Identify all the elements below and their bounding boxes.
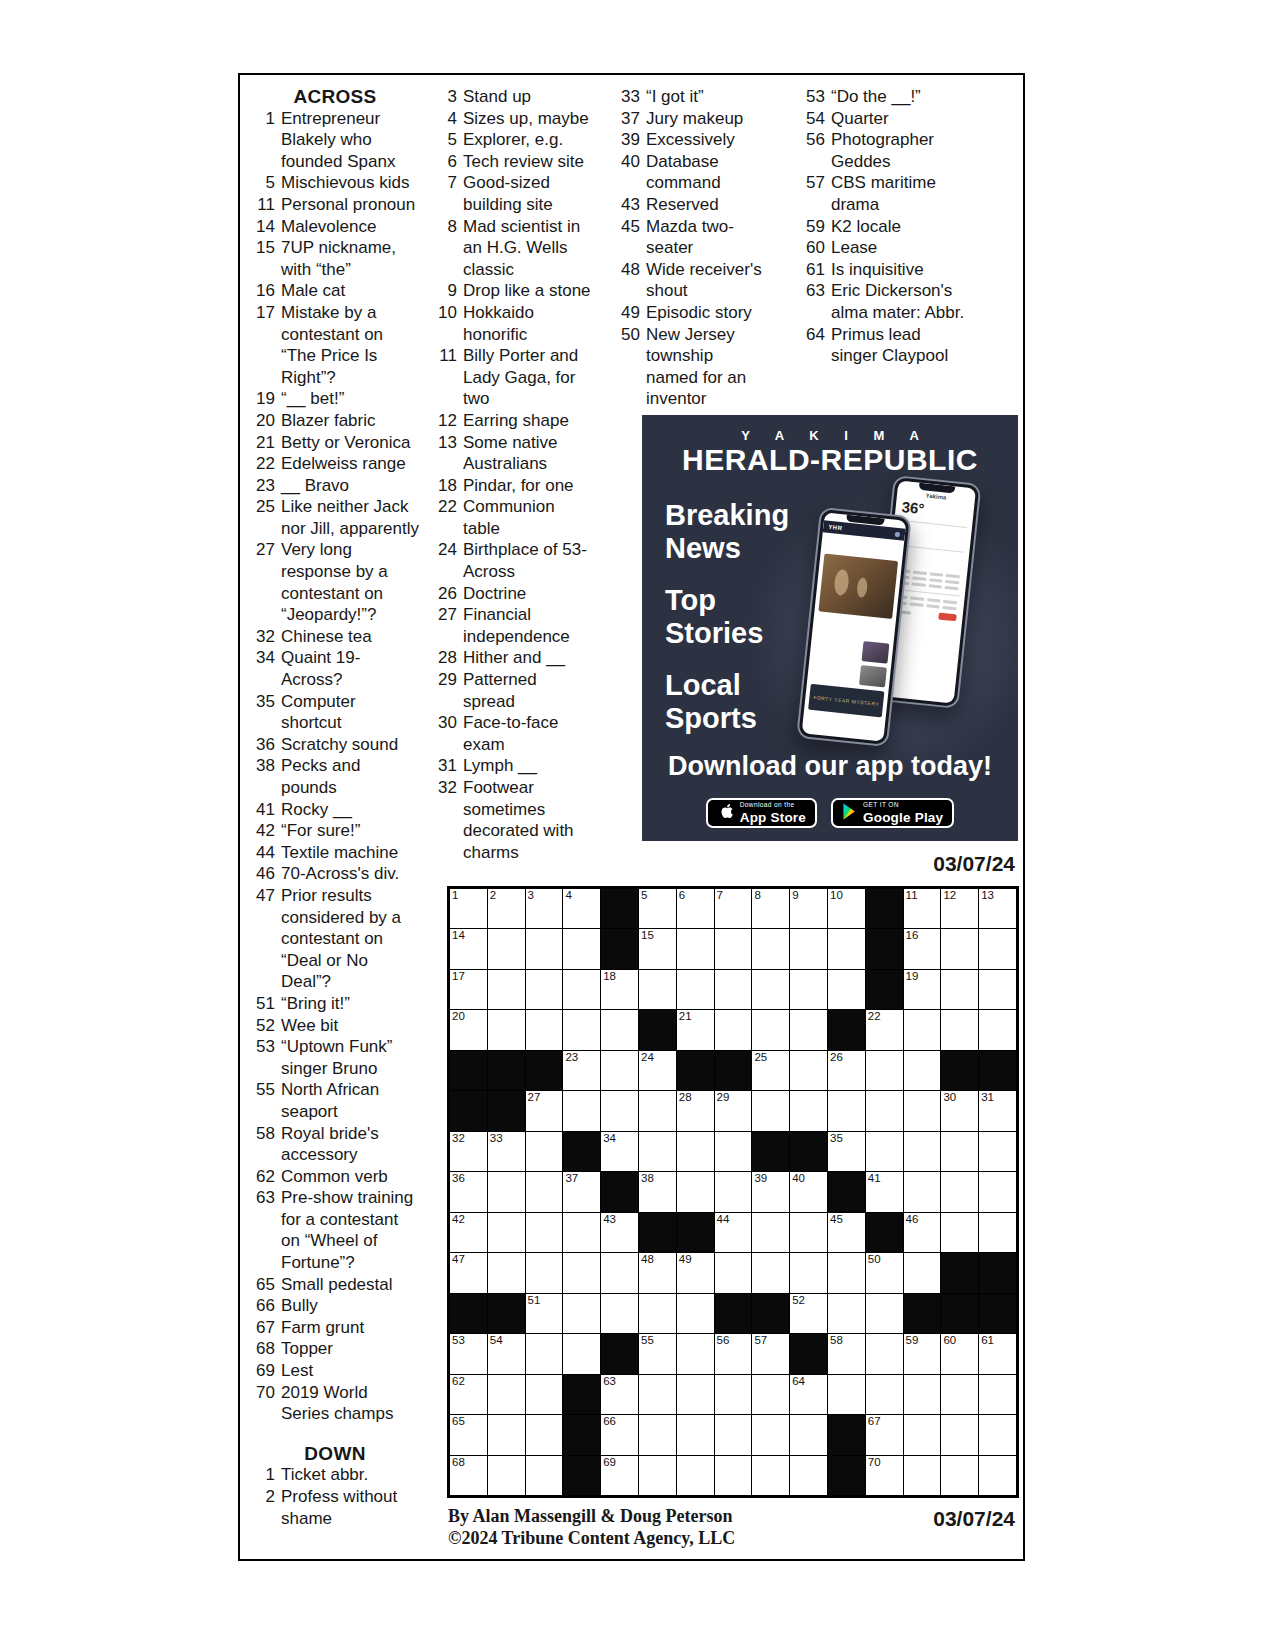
clue: 65Small pedestal bbox=[251, 1274, 419, 1296]
grid-cell-r4c10[interactable] bbox=[790, 1010, 827, 1049]
grid-cell-r2c14[interactable] bbox=[941, 929, 978, 968]
clue-text: Drop like a stone bbox=[463, 281, 591, 300]
clue-number: 30 bbox=[433, 712, 457, 734]
app-promo-ad: Y A K I M A HERALD-REPUBLIC Breaking New… bbox=[642, 415, 1018, 841]
grid-cell-r3c2[interactable] bbox=[488, 970, 525, 1009]
grid-cell-r1c15[interactable]: 13 bbox=[979, 889, 1016, 928]
clue-number: 50 bbox=[616, 324, 640, 346]
grid-cell-r7c7[interactable] bbox=[677, 1132, 714, 1171]
clue-text: “Do the __!” bbox=[831, 87, 921, 106]
clue-text: Very long response by a contestant on “J… bbox=[281, 540, 388, 624]
cell-number: 2 bbox=[490, 889, 496, 902]
grid-cell-r9c12 bbox=[866, 1213, 903, 1252]
grid-cell-r6c13[interactable] bbox=[904, 1091, 941, 1130]
grid-cell-r8c9[interactable]: 39 bbox=[752, 1172, 789, 1211]
clue-text: Edelweiss range bbox=[281, 454, 406, 473]
cell-number: 16 bbox=[906, 929, 919, 942]
grid-cell-r9c14[interactable] bbox=[941, 1213, 978, 1252]
grid-cell-r4c3[interactable] bbox=[526, 1010, 563, 1049]
grid-cell-r7c2[interactable]: 33 bbox=[488, 1132, 525, 1171]
clue-number: 60 bbox=[801, 237, 825, 259]
brand-logo: HERALD-REPUBLIC bbox=[642, 443, 1018, 477]
grid-cell-r6c15[interactable]: 31 bbox=[979, 1091, 1016, 1130]
article-thumb bbox=[859, 665, 887, 688]
grid-cell-r6c14[interactable]: 30 bbox=[941, 1091, 978, 1130]
grid-cell-r15c6[interactable] bbox=[639, 1456, 676, 1495]
grid-cell-r15c2[interactable] bbox=[488, 1456, 525, 1495]
grid-cell-r1c10[interactable]: 9 bbox=[790, 889, 827, 928]
grid-cell-r9c8[interactable]: 44 bbox=[715, 1213, 752, 1252]
grid-cell-r11c3[interactable]: 51 bbox=[526, 1294, 563, 1333]
grid-cell-r13c14[interactable] bbox=[941, 1375, 978, 1414]
grid-cell-r1c4[interactable]: 4 bbox=[563, 889, 600, 928]
grid-cell-r4c13[interactable] bbox=[904, 1010, 941, 1049]
grid-cell-r9c3[interactable] bbox=[526, 1213, 563, 1252]
grid-cell-r10c11[interactable] bbox=[828, 1253, 865, 1292]
clue-text: Lest bbox=[281, 1361, 313, 1380]
grid-cell-r8c7[interactable] bbox=[677, 1172, 714, 1211]
grid-cell-r13c10[interactable]: 64 bbox=[790, 1375, 827, 1414]
clue-text: Chinese tea bbox=[281, 627, 372, 646]
grid-cell-r8c2[interactable] bbox=[488, 1172, 525, 1211]
clue-text: “I got it” bbox=[646, 87, 704, 106]
grid-cell-r5c15 bbox=[979, 1051, 1016, 1090]
grid-cell-r7c6[interactable] bbox=[639, 1132, 676, 1171]
grid-cell-r10c3[interactable] bbox=[526, 1253, 563, 1292]
grid-cell-r8c12[interactable]: 41 bbox=[866, 1172, 903, 1211]
grid-cell-r9c1[interactable]: 42 bbox=[450, 1213, 487, 1252]
clues-column-3: 33“I got it”37Jury makeup39Excessively40… bbox=[616, 86, 764, 410]
clue-text: North African seaport bbox=[281, 1080, 379, 1121]
clue-number: 67 bbox=[251, 1317, 275, 1339]
clue-number: 48 bbox=[616, 259, 640, 281]
clue: 16Male cat bbox=[251, 280, 419, 302]
grid-cell-r15c1[interactable]: 68 bbox=[450, 1456, 487, 1495]
cell-number: 27 bbox=[528, 1091, 541, 1104]
grid-cell-r12c14[interactable]: 60 bbox=[941, 1334, 978, 1373]
grid-cell-r3c14[interactable] bbox=[941, 970, 978, 1009]
grid-cell-r3c3[interactable] bbox=[526, 970, 563, 1009]
grid-cell-r11c10[interactable]: 52 bbox=[790, 1294, 827, 1333]
grid-cell-r2c2[interactable] bbox=[488, 929, 525, 968]
grid-cell-r3c10[interactable] bbox=[790, 970, 827, 1009]
grid-cell-r13c6[interactable] bbox=[639, 1375, 676, 1414]
grid-cell-r2c9[interactable] bbox=[752, 929, 789, 968]
grid-cell-r13c2[interactable] bbox=[488, 1375, 525, 1414]
grid-cell-r2c3[interactable] bbox=[526, 929, 563, 968]
grid-cell-r3c7[interactable] bbox=[677, 970, 714, 1009]
cell-number: 36 bbox=[452, 1172, 465, 1185]
grid-cell-r11c5[interactable] bbox=[601, 1294, 638, 1333]
clue-text: Explorer, e.g. bbox=[463, 130, 563, 149]
grid-cell-r7c15[interactable] bbox=[979, 1132, 1016, 1171]
grid-cell-r8c6[interactable]: 38 bbox=[639, 1172, 676, 1211]
grid-cell-r2c13[interactable]: 16 bbox=[904, 929, 941, 968]
grid-cell-r2c11[interactable] bbox=[828, 929, 865, 968]
clue-number: 70 bbox=[251, 1382, 275, 1404]
grid-cell-r8c13[interactable] bbox=[904, 1172, 941, 1211]
clue-number: 51 bbox=[251, 993, 275, 1015]
clue-number: 52 bbox=[251, 1015, 275, 1037]
grid-cell-r5c13[interactable] bbox=[904, 1051, 941, 1090]
grid-cell-r3c4[interactable] bbox=[563, 970, 600, 1009]
grid-cell-r1c14[interactable]: 12 bbox=[941, 889, 978, 928]
clue: 3Stand up bbox=[433, 86, 592, 108]
clue: 50New Jersey township named for an inven… bbox=[616, 324, 764, 410]
grid-cell-r10c9[interactable] bbox=[752, 1253, 789, 1292]
grid-cell-r8c5 bbox=[601, 1172, 638, 1211]
clue-text: Is inquisitive bbox=[831, 260, 924, 279]
grid-cell-r3c13[interactable]: 19 bbox=[904, 970, 941, 1009]
clue-text: “Bring it!” bbox=[281, 994, 350, 1013]
grid-cell-r7c14[interactable] bbox=[941, 1132, 978, 1171]
clue-number: 22 bbox=[251, 453, 275, 475]
grid-cell-r6c5[interactable] bbox=[601, 1091, 638, 1130]
grid-cell-r10c2[interactable] bbox=[488, 1253, 525, 1292]
clue: 9Drop like a stone bbox=[433, 280, 592, 302]
clues-column-4: 53“Do the __!”54Quarter56Photographer Ge… bbox=[801, 86, 965, 367]
grid-cell-r5c1 bbox=[450, 1051, 487, 1090]
grid-cell-r2c8[interactable] bbox=[715, 929, 752, 968]
grid-cell-r8c3[interactable] bbox=[526, 1172, 563, 1211]
clue: 35Computer shortcut bbox=[251, 691, 419, 734]
clue: 33“I got it” bbox=[616, 86, 764, 108]
grid-cell-r12c7[interactable] bbox=[677, 1334, 714, 1373]
clue-number: 12 bbox=[433, 410, 457, 432]
grid-cell-r7c12[interactable] bbox=[866, 1132, 903, 1171]
grid-cell-r12c3[interactable] bbox=[526, 1334, 563, 1373]
grid-cell-r2c4[interactable] bbox=[563, 929, 600, 968]
grid-cell-r9c10[interactable] bbox=[790, 1213, 827, 1252]
clue: 5Mischievous kids bbox=[251, 172, 419, 194]
grid-cell-r6c4[interactable] bbox=[563, 1091, 600, 1130]
cell-number: 32 bbox=[452, 1132, 465, 1145]
grid-cell-r6c10[interactable] bbox=[790, 1091, 827, 1130]
clue-text: Eric Dickerson's alma mater: Abbr. bbox=[831, 281, 964, 322]
clue-number: 54 bbox=[801, 108, 825, 130]
grid-cell-r4c8[interactable] bbox=[715, 1010, 752, 1049]
grid-cell-r5c6[interactable]: 24 bbox=[639, 1051, 676, 1090]
clue-number: 6 bbox=[433, 151, 457, 173]
grid-cell-r14c10[interactable] bbox=[790, 1415, 827, 1454]
grid-cell-r4c2[interactable] bbox=[488, 1010, 525, 1049]
clue-number: 8 bbox=[433, 216, 457, 238]
clue: 17Mistake by a contestant on “The Price … bbox=[251, 302, 419, 388]
grid-cell-r1c13[interactable]: 11 bbox=[904, 889, 941, 928]
clue: 27Financial independence bbox=[433, 604, 592, 647]
grid-cell-r12c15[interactable]: 61 bbox=[979, 1334, 1016, 1373]
grid-cell-r15c3[interactable] bbox=[526, 1456, 563, 1495]
grid-cell-r6c7[interactable]: 28 bbox=[677, 1091, 714, 1130]
clue-text: New Jersey township named for an invento… bbox=[646, 325, 746, 409]
clue-number: 59 bbox=[801, 216, 825, 238]
grid-cell-r11c4[interactable] bbox=[563, 1294, 600, 1333]
grid-cell-r1c11[interactable]: 10 bbox=[828, 889, 865, 928]
grid-cell-r13c3[interactable] bbox=[526, 1375, 563, 1414]
grid-cell-r14c6[interactable] bbox=[639, 1415, 676, 1454]
grid-cell-r15c8[interactable] bbox=[715, 1456, 752, 1495]
grid-cell-r11c6[interactable] bbox=[639, 1294, 676, 1333]
cell-number: 10 bbox=[830, 889, 843, 902]
clue-number: 42 bbox=[251, 820, 275, 842]
grid-cell-r6c12[interactable] bbox=[866, 1091, 903, 1130]
cell-number: 62 bbox=[452, 1375, 465, 1388]
cell-number: 4 bbox=[565, 889, 571, 902]
grid-cell-r14c2[interactable] bbox=[488, 1415, 525, 1454]
clue: 64Primus lead singer Claypool bbox=[801, 324, 965, 367]
grid-cell-r10c7[interactable]: 49 bbox=[677, 1253, 714, 1292]
grid-cell-r7c3[interactable] bbox=[526, 1132, 563, 1171]
clue-text: Episodic story bbox=[646, 303, 752, 322]
grid-cell-r14c14[interactable] bbox=[941, 1415, 978, 1454]
grid-cell-r5c9[interactable]: 25 bbox=[752, 1051, 789, 1090]
grid-cell-r13c1[interactable]: 62 bbox=[450, 1375, 487, 1414]
grid-cell-r2c6[interactable]: 15 bbox=[639, 929, 676, 968]
grid-cell-r1c7[interactable]: 6 bbox=[677, 889, 714, 928]
clue: 18Pindar, for one bbox=[433, 475, 592, 497]
cell-number: 50 bbox=[868, 1253, 881, 1266]
grid-cell-r2c15[interactable] bbox=[979, 929, 1016, 968]
grid-cell-r9c4[interactable] bbox=[563, 1213, 600, 1252]
grid-cell-r14c8[interactable] bbox=[715, 1415, 752, 1454]
cell-number: 65 bbox=[452, 1415, 465, 1428]
grid-cell-r11c2 bbox=[488, 1294, 525, 1333]
clue: 21Betty or Veronica bbox=[251, 432, 419, 454]
grid-cell-r9c15[interactable] bbox=[979, 1213, 1016, 1252]
grid-cell-r5c2 bbox=[488, 1051, 525, 1090]
clue-text: Doctrine bbox=[463, 584, 526, 603]
grid-cell-r14c3[interactable] bbox=[526, 1415, 563, 1454]
grid-cell-r8c4[interactable]: 37 bbox=[563, 1172, 600, 1211]
grid-cell-r15c5[interactable]: 69 bbox=[601, 1456, 638, 1495]
grid-cell-r13c9[interactable] bbox=[752, 1375, 789, 1414]
clue: 4670-Across's div. bbox=[251, 863, 419, 885]
grid-cell-r5c4[interactable]: 23 bbox=[563, 1051, 600, 1090]
grid-cell-r12c4[interactable] bbox=[563, 1334, 600, 1373]
grid-cell-r10c6[interactable]: 48 bbox=[639, 1253, 676, 1292]
byline: By Alan Massengill & Doug Peterson ©2024… bbox=[448, 1505, 735, 1549]
cell-number: 9 bbox=[792, 889, 798, 902]
newspaper-crossword-page: ACROSS1Entrepreneur Blakely who founded … bbox=[0, 0, 1265, 1638]
grid-cell-r8c8[interactable] bbox=[715, 1172, 752, 1211]
weather-alert-chip bbox=[938, 612, 957, 621]
grid-cell-r4c12[interactable]: 22 bbox=[866, 1010, 903, 1049]
grid-cell-r12c1[interactable]: 53 bbox=[450, 1334, 487, 1373]
grid-cell-r9c6 bbox=[639, 1213, 676, 1252]
clue-text: Lease bbox=[831, 238, 877, 257]
grid-cell-r1c1[interactable]: 1 bbox=[450, 889, 487, 928]
grid-cell-r7c11[interactable]: 35 bbox=[828, 1132, 865, 1171]
grid-cell-r5c10[interactable] bbox=[790, 1051, 827, 1090]
grid-cell-r7c8[interactable] bbox=[715, 1132, 752, 1171]
grid-cell-r2c1[interactable]: 14 bbox=[450, 929, 487, 968]
grid-cell-r4c7[interactable]: 21 bbox=[677, 1010, 714, 1049]
grid-cell-r9c11[interactable]: 45 bbox=[828, 1213, 865, 1252]
clue: 6Tech review site bbox=[433, 151, 592, 173]
grid-cell-r10c13[interactable] bbox=[904, 1253, 941, 1292]
grid-cell-r15c10[interactable] bbox=[790, 1456, 827, 1495]
grid-cell-r3c15[interactable] bbox=[979, 970, 1016, 1009]
clue: 58Royal bride's accessory bbox=[251, 1123, 419, 1166]
grid-cell-r12c13[interactable]: 59 bbox=[904, 1334, 941, 1373]
grid-cell-r15c13[interactable] bbox=[904, 1456, 941, 1495]
grid-cell-r7c13[interactable] bbox=[904, 1132, 941, 1171]
clue-number: 5 bbox=[433, 129, 457, 151]
grid-cell-r1c8[interactable]: 7 bbox=[715, 889, 752, 928]
grid-cell-r15c14[interactable] bbox=[941, 1456, 978, 1495]
grid-cell-r14c5[interactable]: 66 bbox=[601, 1415, 638, 1454]
clue: 52Wee bit bbox=[251, 1015, 419, 1037]
grid-cell-r12c2[interactable]: 54 bbox=[488, 1334, 525, 1373]
grid-cell-r2c12 bbox=[866, 929, 903, 968]
grid-cell-r15c7[interactable] bbox=[677, 1456, 714, 1495]
cell-number: 39 bbox=[754, 1172, 767, 1185]
article-banner: FORTY YEAR MYSTERY bbox=[808, 684, 884, 718]
grid-cell-r3c5[interactable]: 18 bbox=[601, 970, 638, 1009]
grid-cell-r2c10[interactable] bbox=[790, 929, 827, 968]
grid-cell-r8c15[interactable] bbox=[979, 1172, 1016, 1211]
grid-cell-r13c8[interactable] bbox=[715, 1375, 752, 1414]
grid-cell-r1c6[interactable]: 5 bbox=[639, 889, 676, 928]
grid-cell-r10c4[interactable] bbox=[563, 1253, 600, 1292]
grid-cell-r12c6[interactable]: 55 bbox=[639, 1334, 676, 1373]
grid-cell-r15c12[interactable]: 70 bbox=[866, 1456, 903, 1495]
grid-cell-r4c9[interactable] bbox=[752, 1010, 789, 1049]
grid-cell-r7c1[interactable]: 32 bbox=[450, 1132, 487, 1171]
cell-number: 33 bbox=[490, 1132, 503, 1145]
grid-cell-r2c7[interactable] bbox=[677, 929, 714, 968]
grid-cell-r1c2[interactable]: 2 bbox=[488, 889, 525, 928]
grid-cell-r3c6[interactable] bbox=[639, 970, 676, 1009]
grid-cell-r9c2[interactable] bbox=[488, 1213, 525, 1252]
grid-cell-r9c13[interactable]: 46 bbox=[904, 1213, 941, 1252]
grid-cell-r14c9[interactable] bbox=[752, 1415, 789, 1454]
clue: 37Jury makeup bbox=[616, 108, 764, 130]
grid-cell-r3c1[interactable]: 17 bbox=[450, 970, 487, 1009]
cell-number: 29 bbox=[717, 1091, 730, 1104]
grid-cell-r4c5[interactable] bbox=[601, 1010, 638, 1049]
grid-cell-r10c8[interactable] bbox=[715, 1253, 752, 1292]
grid-cell-r13c5[interactable]: 63 bbox=[601, 1375, 638, 1414]
grid-cell-r13c11[interactable] bbox=[828, 1375, 865, 1414]
clue-number: 63 bbox=[251, 1187, 275, 1209]
grid-cell-r5c8 bbox=[715, 1051, 752, 1090]
grid-cell-r13c7[interactable] bbox=[677, 1375, 714, 1414]
clue-text: Scratchy sound bbox=[281, 735, 398, 754]
clue: 53“Uptown Funk” singer Bruno bbox=[251, 1036, 419, 1079]
clue-text: 7UP nickname, with “the” bbox=[281, 238, 396, 279]
cell-number: 53 bbox=[452, 1334, 465, 1347]
google-play-badge[interactable]: GET IT ON Google Play bbox=[831, 798, 954, 828]
grid-cell-r6c3[interactable]: 27 bbox=[526, 1091, 563, 1130]
cell-number: 60 bbox=[943, 1334, 956, 1347]
grid-cell-r12c11[interactable]: 58 bbox=[828, 1334, 865, 1373]
grid-cell-r3c9[interactable] bbox=[752, 970, 789, 1009]
clue: 47Prior results considered by a contesta… bbox=[251, 885, 419, 993]
apple-icon bbox=[717, 801, 734, 825]
grid-cell-r7c5[interactable]: 34 bbox=[601, 1132, 638, 1171]
grid-cell-r10c1[interactable]: 47 bbox=[450, 1253, 487, 1292]
clue-text: Hokkaido honorific bbox=[463, 303, 534, 344]
grid-cell-r4c4[interactable] bbox=[563, 1010, 600, 1049]
grid-cell-r7c9 bbox=[752, 1132, 789, 1171]
clue-text: Profess without shame bbox=[281, 1487, 397, 1528]
cell-number: 45 bbox=[830, 1213, 843, 1226]
grid-cell-r10c15 bbox=[979, 1253, 1016, 1292]
grid-cell-r13c15[interactable] bbox=[979, 1375, 1016, 1414]
clue-text: Ticket abbr. bbox=[281, 1465, 368, 1484]
grid-cell-r8c1[interactable]: 36 bbox=[450, 1172, 487, 1211]
grid-cell-r11c13 bbox=[904, 1294, 941, 1333]
grid-cell-r11c11[interactable] bbox=[828, 1294, 865, 1333]
cell-number: 61 bbox=[981, 1334, 994, 1347]
grid-cell-r15c9[interactable] bbox=[752, 1456, 789, 1495]
clue-text: Quarter bbox=[831, 109, 889, 128]
grid-cell-r6c2 bbox=[488, 1091, 525, 1130]
app-store-badge[interactable]: Download on the App Store bbox=[706, 798, 817, 828]
grid-cell-r4c1[interactable]: 20 bbox=[450, 1010, 487, 1049]
clue: 22Communion table bbox=[433, 496, 592, 539]
grid-cell-r8c10[interactable]: 40 bbox=[790, 1172, 827, 1211]
grid-cell-r11c12[interactable] bbox=[866, 1294, 903, 1333]
cell-number: 21 bbox=[679, 1010, 692, 1023]
grid-cell-r9c5[interactable]: 43 bbox=[601, 1213, 638, 1252]
grid-cell-r12c8[interactable]: 56 bbox=[715, 1334, 752, 1373]
grid-cell-r5c12[interactable] bbox=[866, 1051, 903, 1090]
cell-number: 51 bbox=[528, 1294, 541, 1307]
grid-cell-r6c11[interactable] bbox=[828, 1091, 865, 1130]
grid-cell-r4c15[interactable] bbox=[979, 1010, 1016, 1049]
grid-cell-r10c5[interactable] bbox=[601, 1253, 638, 1292]
grid-cell-r14c1[interactable]: 65 bbox=[450, 1415, 487, 1454]
cell-number: 31 bbox=[981, 1091, 994, 1104]
grid-cell-r1c9[interactable]: 8 bbox=[752, 889, 789, 928]
grid-cell-r6c9[interactable] bbox=[752, 1091, 789, 1130]
clue-number: 32 bbox=[433, 777, 457, 799]
clue-text: Excessively bbox=[646, 130, 735, 149]
grid-cell-r8c14[interactable] bbox=[941, 1172, 978, 1211]
app-logo-label: YHR bbox=[828, 524, 843, 531]
grid-cell-r15c15[interactable] bbox=[979, 1456, 1016, 1495]
grid-cell-r3c8[interactable] bbox=[715, 970, 752, 1009]
cell-number: 48 bbox=[641, 1253, 654, 1266]
grid-cell-r6c8[interactable]: 29 bbox=[715, 1091, 752, 1130]
grid-cell-r1c3[interactable]: 3 bbox=[526, 889, 563, 928]
clue-number: 57 bbox=[801, 172, 825, 194]
grid-cell-r6c6[interactable] bbox=[639, 1091, 676, 1130]
grid-cell-r14c7[interactable] bbox=[677, 1415, 714, 1454]
grid-cell-r3c11[interactable] bbox=[828, 970, 865, 1009]
grid-cell-r4c14[interactable] bbox=[941, 1010, 978, 1049]
grid-cell-r13c12[interactable] bbox=[866, 1375, 903, 1414]
grid-cell-r5c11[interactable]: 26 bbox=[828, 1051, 865, 1090]
grid-cell-r12c9[interactable]: 57 bbox=[752, 1334, 789, 1373]
grid-cell-r9c9[interactable] bbox=[752, 1213, 789, 1252]
grid-cell-r13c13[interactable] bbox=[904, 1375, 941, 1414]
grid-cell-r14c13[interactable] bbox=[904, 1415, 941, 1454]
grid-cell-r11c7[interactable] bbox=[677, 1294, 714, 1333]
grid-cell-r14c12[interactable]: 67 bbox=[866, 1415, 903, 1454]
clue-number: 18 bbox=[433, 475, 457, 497]
grid-cell-r14c15[interactable] bbox=[979, 1415, 1016, 1454]
grid-cell-r5c5[interactable] bbox=[601, 1051, 638, 1090]
badge-small-text: Download on the bbox=[740, 802, 806, 809]
grid-cell-r12c12[interactable] bbox=[866, 1334, 903, 1373]
clue-text: Pre-show training for a contestant on “W… bbox=[281, 1188, 413, 1272]
grid-cell-r10c12[interactable]: 50 bbox=[866, 1253, 903, 1292]
grid-cell-r10c10[interactable] bbox=[790, 1253, 827, 1292]
clue-number: 39 bbox=[616, 129, 640, 151]
